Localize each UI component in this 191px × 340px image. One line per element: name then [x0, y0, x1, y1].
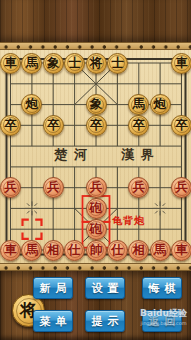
river-label-hanjie: 漢界 — [121, 146, 161, 164]
piece-black-車[interactable]: 車 — [0, 53, 21, 74]
top-wood-panel — [0, 0, 191, 42]
piece-red-馬[interactable]: 馬 — [150, 240, 171, 261]
piece-black-卒[interactable]: 卒 — [43, 115, 64, 136]
piece-black-車[interactable]: 車 — [171, 53, 191, 74]
piece-red-車[interactable]: 車 — [171, 240, 191, 261]
hint-button[interactable]: 提示 — [85, 310, 125, 332]
piece-red-相[interactable]: 相 — [128, 240, 149, 261]
piece-red-砲[interactable]: 砲 — [86, 219, 107, 240]
piece-red-仕[interactable]: 仕 — [107, 240, 128, 261]
piece-black-将[interactable]: 将 — [86, 53, 107, 74]
undo-button[interactable]: 悔棋 — [142, 277, 182, 299]
xiangqi-app: 楚河 漢界 龟背炮 車馬象士将士車炮象馬炮卒卒卒卒卒兵兵兵兵兵砲砲車馬相仕帥仕相… — [0, 0, 191, 340]
piece-red-帥[interactable]: 帥 — [86, 240, 107, 261]
piece-red-相[interactable]: 相 — [43, 240, 64, 261]
opening-annotation-label: 龟背炮 — [112, 214, 145, 228]
piece-black-卒[interactable]: 卒 — [171, 115, 191, 136]
top-stud-strip — [0, 42, 191, 50]
piece-red-兵[interactable]: 兵 — [43, 177, 64, 198]
piece-black-卒[interactable]: 卒 — [86, 115, 107, 136]
piece-black-炮[interactable]: 炮 — [150, 94, 171, 115]
control-panel: 将 新局 设置 悔棋 菜单 提示 返回 Baidu经验 jingyan.baid… — [0, 271, 191, 340]
piece-black-卒[interactable]: 卒 — [128, 115, 149, 136]
piece-red-馬[interactable]: 馬 — [21, 240, 42, 261]
piece-black-士[interactable]: 士 — [107, 53, 128, 74]
piece-red-兵[interactable]: 兵 — [171, 177, 191, 198]
piece-red-車[interactable]: 車 — [0, 240, 21, 261]
new-game-button[interactable]: 新局 — [33, 277, 73, 299]
piece-black-士[interactable]: 士 — [64, 53, 85, 74]
piece-red-仕[interactable]: 仕 — [64, 240, 85, 261]
river-label-chuhe: 楚河 — [54, 146, 94, 164]
piece-red-砲[interactable]: 砲 — [86, 198, 107, 219]
settings-button[interactable]: 设置 — [85, 277, 125, 299]
piece-black-卒[interactable]: 卒 — [0, 115, 21, 136]
piece-red-兵[interactable]: 兵 — [86, 177, 107, 198]
piece-black-象[interactable]: 象 — [86, 94, 107, 115]
bottom-stud-strip — [0, 263, 191, 271]
menu-button[interactable]: 菜单 — [33, 310, 73, 332]
xiangqi-board[interactable]: 楚河 漢界 龟背炮 車馬象士将士車炮象馬炮卒卒卒卒卒兵兵兵兵兵砲砲車馬相仕帥仕相… — [0, 50, 191, 263]
piece-black-馬[interactable]: 馬 — [21, 53, 42, 74]
piece-black-象[interactable]: 象 — [43, 53, 64, 74]
back-button[interactable]: 返回 — [142, 310, 182, 332]
